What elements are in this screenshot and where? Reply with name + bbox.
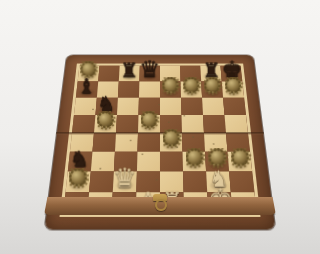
burr-d5[interactable] [138,115,160,133]
husk-debris [142,154,144,156]
burr-h7[interactable] [222,81,244,97]
husk-debris [183,115,185,117]
husk-debris [92,109,94,111]
seed-burr-icon [183,77,199,93]
seed-burr-icon [69,168,87,186]
husk-debris [130,140,132,142]
seed-burr-icon [204,77,220,93]
seed-burr-icon [97,111,114,128]
burr-f7[interactable] [181,81,202,97]
seed-burr-icon [141,111,158,128]
black-rook-glyph: ♜ [120,61,138,81]
seed-burr-icon [163,129,180,146]
black-queen-glyph: ♛ [139,57,160,80]
clasp-ring [155,199,167,211]
seed-burr-icon [208,148,226,166]
pieces-layer: ♜♛♜♚♝♞♞♛♝♜♞♚ [63,66,257,214]
seed-burr-icon [231,148,249,166]
burr-b5[interactable] [94,115,117,133]
burr-a2[interactable] [66,172,91,193]
black-rook-c8[interactable]: ♜ [119,66,140,82]
brass-clasp-icon [150,194,170,208]
seed-burr-icon [186,148,204,166]
burr-h3[interactable] [228,152,253,172]
husk-debris [213,143,215,145]
black-bishop-glyph: ♝ [77,77,95,97]
burr-f3[interactable] [183,152,207,172]
burr-e7[interactable] [160,81,181,97]
seed-burr-icon [162,77,178,93]
seed-burr-icon [225,77,241,93]
burr-g7[interactable] [201,81,223,97]
husk-debris [168,121,170,123]
husk-debris [99,168,101,170]
black-bishop-a7[interactable]: ♝ [76,81,98,97]
husk-debris [158,104,160,106]
black-queen-d8[interactable]: ♛ [139,66,160,82]
white-queen-glyph: ♛ [113,164,137,191]
white-queen-c2[interactable]: ♛ [113,172,137,193]
scene: ♜♛♜♚♝♞♞♛♝♜♞♚ [0,0,320,254]
husk-debris [192,136,194,138]
husk-debris [156,179,158,181]
burr-e4[interactable] [160,133,183,152]
photo-backdrop: ♜♛♜♚♝♞♞♛♝♜♞♚ [0,0,320,254]
husk-debris [134,130,136,132]
